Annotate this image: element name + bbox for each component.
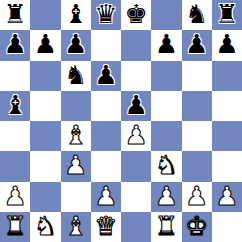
square-d3[interactable]	[91, 151, 121, 181]
square-b2[interactable]	[30, 182, 60, 212]
square-d6[interactable]: ♟	[91, 61, 121, 91]
square-a6[interactable]	[0, 61, 30, 91]
piece-white-pawn[interactable]: ♟	[155, 183, 178, 209]
square-h2[interactable]: ♟	[212, 182, 242, 212]
square-b5[interactable]	[30, 91, 60, 121]
piece-white-knight[interactable]: ♞	[34, 213, 57, 239]
piece-white-bishop[interactable]: ♝	[64, 213, 87, 239]
chess-board: ♜♝♛♚♞♜♟♟♟♟♟♟♞♟♝♟♝♟♟♞♟♟♟♟♟♜♞♝♛♜♚	[0, 0, 242, 242]
square-f7[interactable]: ♟	[151, 30, 181, 60]
square-b3[interactable]	[30, 151, 60, 181]
square-c4[interactable]: ♝	[61, 121, 91, 151]
piece-black-knight[interactable]: ♞	[185, 1, 208, 27]
square-f2[interactable]: ♟	[151, 182, 181, 212]
piece-white-king[interactable]: ♚	[185, 213, 208, 239]
piece-black-pawn[interactable]: ♟	[3, 31, 26, 57]
square-b7[interactable]: ♟	[30, 30, 60, 60]
piece-black-pawn[interactable]: ♟	[64, 31, 87, 57]
square-b1[interactable]: ♞	[30, 212, 60, 242]
piece-black-knight[interactable]: ♞	[64, 62, 87, 88]
square-a2[interactable]: ♟	[0, 182, 30, 212]
square-c5[interactable]	[61, 91, 91, 121]
square-a3[interactable]	[0, 151, 30, 181]
square-h3[interactable]	[212, 151, 242, 181]
square-f3[interactable]: ♞	[151, 151, 181, 181]
piece-black-queen[interactable]: ♛	[94, 1, 117, 27]
square-c2[interactable]	[61, 182, 91, 212]
square-e7[interactable]	[121, 30, 151, 60]
square-a8[interactable]: ♜	[0, 0, 30, 30]
square-e4[interactable]: ♟	[121, 121, 151, 151]
piece-white-pawn[interactable]: ♟	[64, 152, 87, 178]
piece-black-pawn[interactable]: ♟	[215, 31, 238, 57]
square-f1[interactable]: ♜	[151, 212, 181, 242]
piece-black-king[interactable]: ♚	[124, 1, 147, 27]
square-d7[interactable]	[91, 30, 121, 60]
piece-black-bishop[interactable]: ♝	[64, 1, 87, 27]
square-e3[interactable]	[121, 151, 151, 181]
square-b8[interactable]	[30, 0, 60, 30]
square-h4[interactable]	[212, 121, 242, 151]
square-g8[interactable]: ♞	[182, 0, 212, 30]
square-h8[interactable]: ♜	[212, 0, 242, 30]
piece-black-bishop[interactable]: ♝	[3, 92, 26, 118]
piece-black-pawn[interactable]: ♟	[94, 62, 117, 88]
piece-black-pawn[interactable]: ♟	[124, 92, 147, 118]
square-a5[interactable]: ♝	[0, 91, 30, 121]
piece-white-rook[interactable]: ♜	[155, 213, 178, 239]
square-g7[interactable]: ♟	[182, 30, 212, 60]
piece-white-pawn[interactable]: ♟	[3, 183, 26, 209]
square-c8[interactable]: ♝	[61, 0, 91, 30]
square-a4[interactable]	[0, 121, 30, 151]
piece-black-pawn[interactable]: ♟	[185, 31, 208, 57]
piece-black-rook[interactable]: ♜	[215, 1, 238, 27]
square-d5[interactable]	[91, 91, 121, 121]
square-e8[interactable]: ♚	[121, 0, 151, 30]
square-g2[interactable]: ♟	[182, 182, 212, 212]
square-h6[interactable]	[212, 61, 242, 91]
square-c3[interactable]: ♟	[61, 151, 91, 181]
square-a7[interactable]: ♟	[0, 30, 30, 60]
square-g5[interactable]	[182, 91, 212, 121]
piece-black-pawn[interactable]: ♟	[155, 31, 178, 57]
square-d1[interactable]: ♛	[91, 212, 121, 242]
square-f8[interactable]	[151, 0, 181, 30]
square-f5[interactable]	[151, 91, 181, 121]
square-e5[interactable]: ♟	[121, 91, 151, 121]
square-d8[interactable]: ♛	[91, 0, 121, 30]
square-h1[interactable]	[212, 212, 242, 242]
square-c6[interactable]: ♞	[61, 61, 91, 91]
piece-white-queen[interactable]: ♛	[94, 213, 117, 239]
square-d2[interactable]: ♟	[91, 182, 121, 212]
square-e6[interactable]	[121, 61, 151, 91]
square-f4[interactable]	[151, 121, 181, 151]
square-h7[interactable]: ♟	[212, 30, 242, 60]
piece-white-pawn[interactable]: ♟	[124, 122, 147, 148]
square-e1[interactable]	[121, 212, 151, 242]
piece-black-rook[interactable]: ♜	[3, 1, 26, 27]
square-g4[interactable]	[182, 121, 212, 151]
square-h5[interactable]	[212, 91, 242, 121]
piece-white-pawn[interactable]: ♟	[185, 183, 208, 209]
piece-white-knight[interactable]: ♞	[155, 152, 178, 178]
square-g3[interactable]	[182, 151, 212, 181]
piece-white-pawn[interactable]: ♟	[215, 183, 238, 209]
piece-white-bishop[interactable]: ♝	[64, 122, 87, 148]
square-d4[interactable]	[91, 121, 121, 151]
piece-white-pawn[interactable]: ♟	[94, 183, 117, 209]
piece-white-rook[interactable]: ♜	[3, 213, 26, 239]
square-g6[interactable]	[182, 61, 212, 91]
square-c7[interactable]: ♟	[61, 30, 91, 60]
square-c1[interactable]: ♝	[61, 212, 91, 242]
square-a1[interactable]: ♜	[0, 212, 30, 242]
piece-black-pawn[interactable]: ♟	[34, 31, 57, 57]
square-b4[interactable]	[30, 121, 60, 151]
square-g1[interactable]: ♚	[182, 212, 212, 242]
square-e2[interactable]	[121, 182, 151, 212]
square-f6[interactable]	[151, 61, 181, 91]
square-b6[interactable]	[30, 61, 60, 91]
